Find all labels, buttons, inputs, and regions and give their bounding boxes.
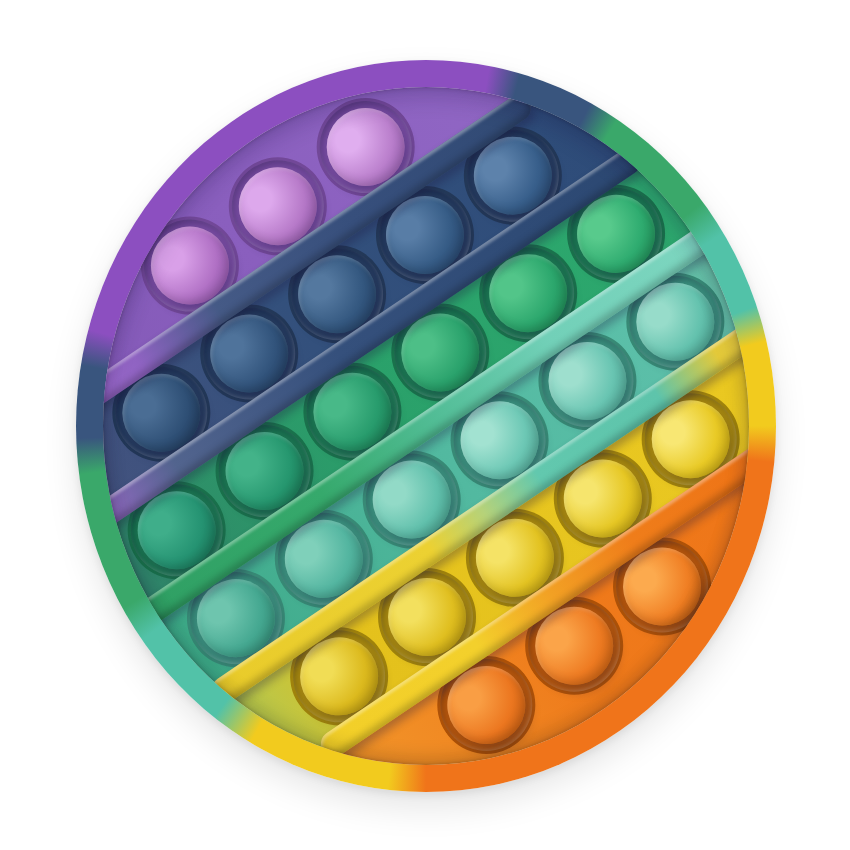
bubble-board: [103, 87, 749, 765]
page-background: [0, 0, 850, 850]
toy-face: [103, 87, 749, 765]
pop-it-toy: [76, 60, 776, 792]
